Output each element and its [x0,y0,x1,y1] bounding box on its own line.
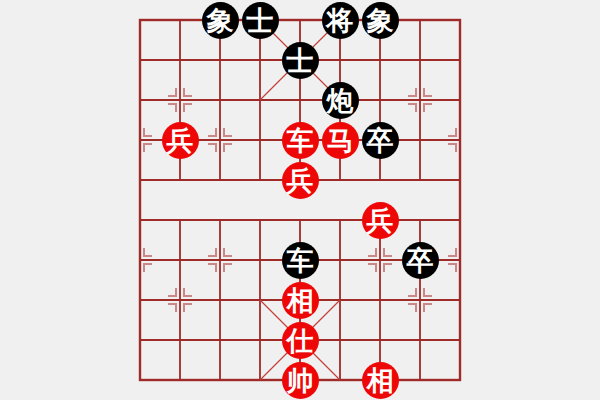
piece-red-soldier-3[interactable]: 兵 [362,202,399,239]
piece-glyph: 士 [287,48,314,75]
piece-glyph: 车 [287,128,314,155]
xiangqi-board-screen: 象士将象士炮兵车马卒兵兵车卒相仕帅相 [0,0,600,400]
piece-black-cannon[interactable]: 炮 [322,82,359,119]
piece-black-advisor-2[interactable]: 士 [282,42,319,79]
piece-glyph: 相 [287,288,314,315]
piece-red-elephant-1[interactable]: 相 [282,282,319,319]
piece-black-general[interactable]: 将 [322,2,359,39]
piece-red-chariot[interactable]: 车 [282,122,319,159]
piece-glyph: 兵 [167,128,194,155]
board-grid: 象士将象士炮兵车马卒兵兵车卒相仕帅相 [120,0,480,400]
piece-glyph: 卒 [367,128,394,155]
piece-glyph: 象 [367,8,394,35]
piece-black-elephant-1[interactable]: 象 [202,2,239,39]
piece-red-soldier-2[interactable]: 兵 [282,162,319,199]
piece-glyph: 帅 [287,368,314,395]
piece-black-chariot[interactable]: 车 [282,242,319,279]
piece-glyph: 士 [247,8,274,35]
piece-glyph: 相 [367,368,394,395]
piece-red-elephant-2[interactable]: 相 [362,362,399,399]
piece-glyph: 兵 [367,208,394,235]
piece-glyph: 兵 [287,168,314,195]
piece-glyph: 将 [327,8,354,35]
piece-black-advisor-1[interactable]: 士 [242,2,279,39]
piece-glyph: 象 [207,8,234,35]
piece-glyph: 马 [327,128,354,155]
piece-red-general[interactable]: 帅 [282,362,319,399]
piece-glyph: 仕 [287,328,314,355]
piece-black-soldier-2[interactable]: 卒 [402,242,439,279]
piece-red-soldier-1[interactable]: 兵 [162,122,199,159]
piece-glyph: 车 [287,248,314,275]
piece-glyph: 炮 [327,88,354,115]
piece-red-horse[interactable]: 马 [322,122,359,159]
piece-black-soldier-1[interactable]: 卒 [362,122,399,159]
piece-red-advisor[interactable]: 仕 [282,322,319,359]
piece-glyph: 卒 [407,248,434,275]
piece-black-elephant-2[interactable]: 象 [362,2,399,39]
